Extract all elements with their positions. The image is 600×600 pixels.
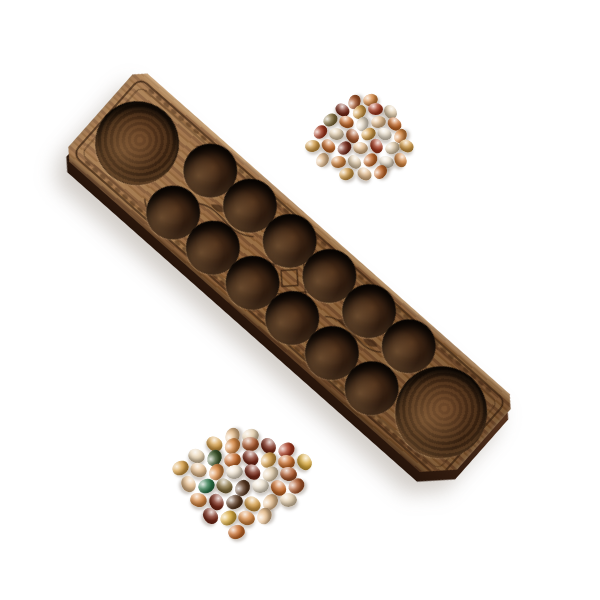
seed-bead[interactable] (189, 491, 209, 509)
seed-bead[interactable] (313, 150, 331, 169)
seed-bead[interactable] (225, 464, 244, 480)
product-photo-scene (0, 0, 600, 600)
seed-bead[interactable] (392, 151, 409, 169)
seed-bead[interactable] (226, 523, 246, 541)
seed-bead[interactable] (331, 155, 347, 168)
bead-pile-top-right[interactable] (295, 88, 425, 188)
seed-bead[interactable] (352, 141, 369, 155)
seed-bead[interactable] (280, 493, 297, 507)
seed-bead[interactable] (251, 478, 269, 493)
seed-bead[interactable] (328, 127, 344, 141)
seed-bead[interactable] (242, 437, 259, 452)
seed-bead[interactable] (368, 103, 383, 116)
seed-bead[interactable] (294, 451, 315, 473)
bead-pile-bottom-left[interactable] (150, 425, 340, 555)
seed-bead[interactable] (304, 139, 321, 153)
